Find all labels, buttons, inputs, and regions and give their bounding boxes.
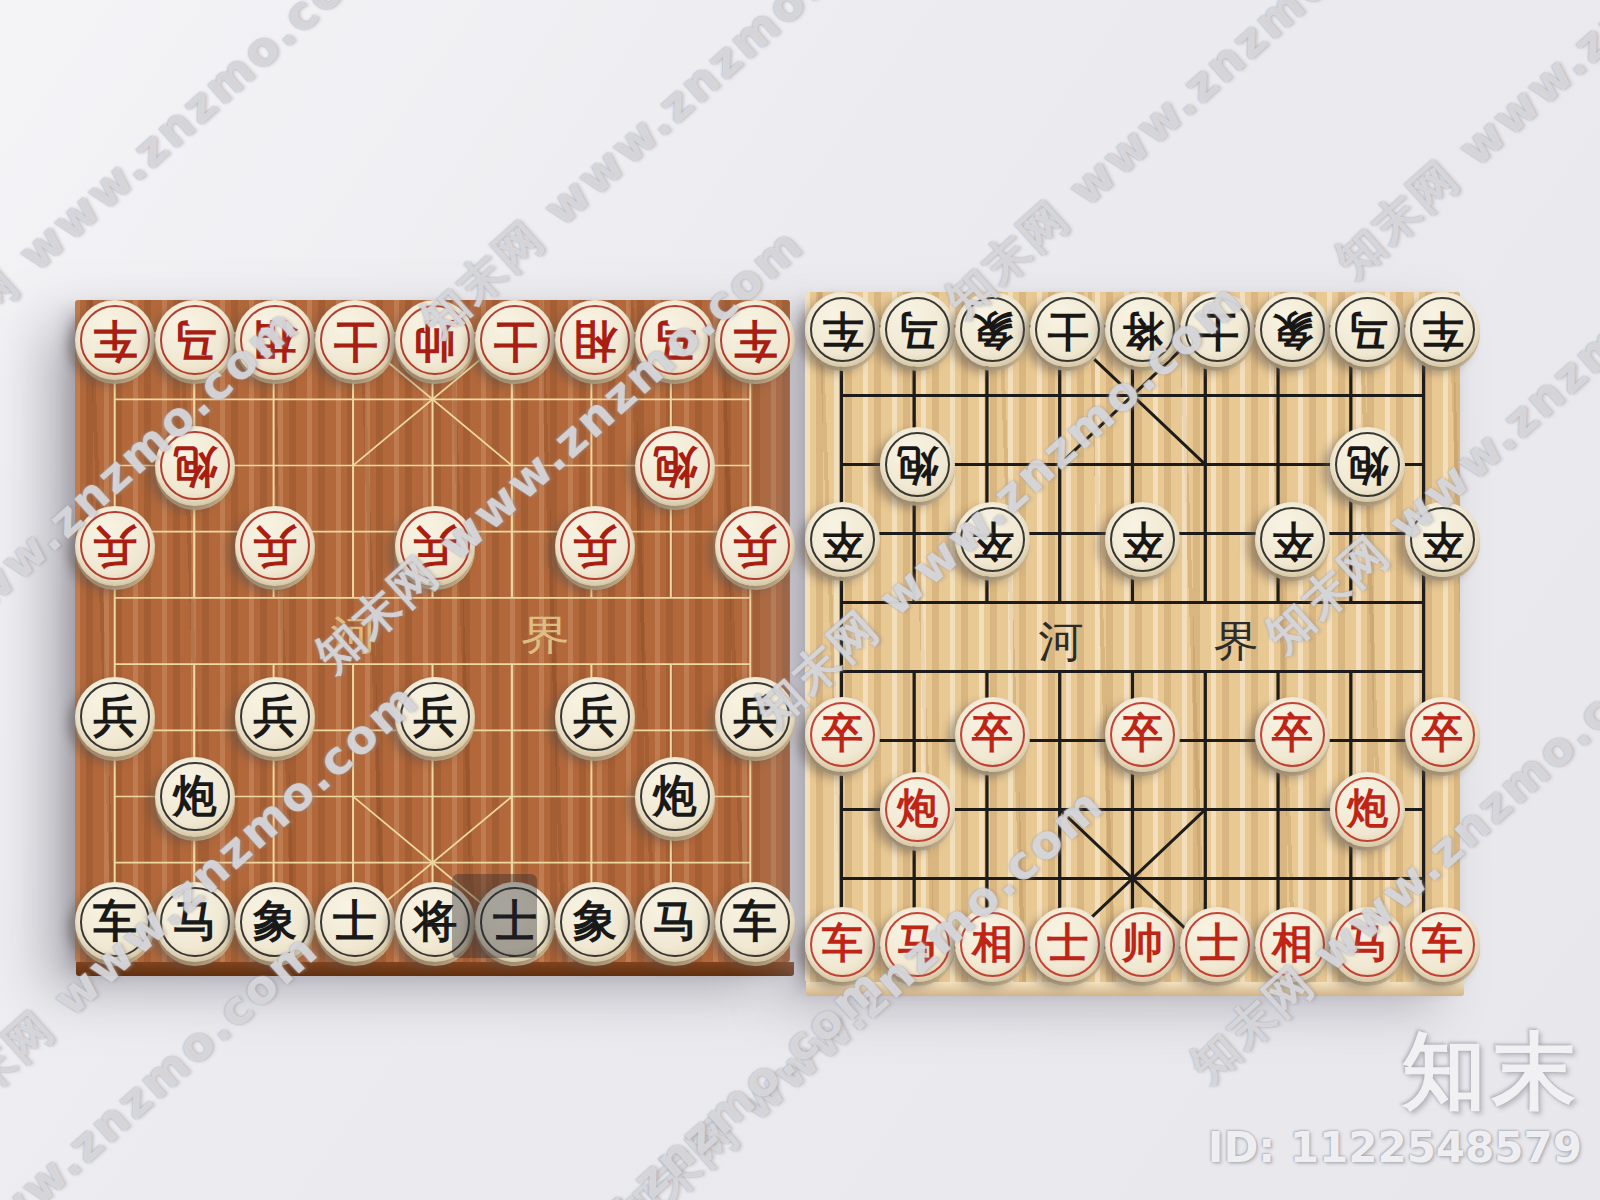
piece-black-卒[interactable]: 卒	[805, 502, 880, 577]
piece-character: 兵	[573, 525, 617, 569]
piece-black-卒[interactable]: 卒	[1405, 502, 1480, 577]
piece-red-兵[interactable]: 兵	[75, 506, 155, 586]
piece-character: 相	[253, 319, 297, 363]
piece-character: 炮	[897, 788, 938, 829]
piece-character: 象	[573, 899, 617, 943]
piece-black-马[interactable]: 马	[1330, 292, 1405, 367]
xiangqi-board-right: 河界车马象士将士象马车炮炮卒卒卒卒卒卒卒卒卒卒炮炮车马相士帅士相马车	[805, 292, 1460, 982]
piece-character: 炮	[1347, 788, 1388, 829]
piece-character: 士	[1047, 310, 1088, 351]
piece-character: 象	[253, 899, 297, 943]
piece-character: 卒	[1272, 713, 1313, 754]
piece-character: 炮	[653, 445, 697, 489]
piece-character: 兵	[93, 694, 137, 738]
piece-character: 卒	[1122, 713, 1163, 754]
watermark-text: 知末网 www.znzmo.com	[1323, 0, 1600, 291]
piece-character: 兵	[413, 525, 457, 569]
piece-red-卒[interactable]: 卒	[805, 697, 880, 772]
piece-red-兵[interactable]: 兵	[235, 506, 315, 586]
piece-character: 马	[1347, 923, 1388, 964]
xiangqi-board-left: 河界车马相士帅士相马车炮炮兵兵兵兵兵兵兵兵兵兵炮炮车马象士将士象马车	[75, 300, 790, 962]
piece-character: 马	[173, 899, 217, 943]
piece-character: 车	[1422, 923, 1463, 964]
piece-character: 兵	[733, 694, 777, 738]
piece-character: 帅	[1122, 923, 1163, 964]
piece-character: 马	[173, 319, 217, 363]
piece-character: 卒	[972, 713, 1013, 754]
piece-character: 卒	[972, 520, 1013, 561]
piece-character: 将	[413, 899, 457, 943]
piece-red-士[interactable]: 士	[1180, 907, 1255, 982]
piece-black-马[interactable]: 马	[155, 882, 235, 962]
piece-black-车[interactable]: 车	[1405, 292, 1480, 367]
piece-black-将[interactable]: 将	[395, 882, 475, 962]
brand-logo-text: 知末	[1208, 1025, 1582, 1117]
piece-red-炮[interactable]: 炮	[155, 426, 235, 506]
piece-character: 卒	[822, 713, 863, 754]
piece-character: 士	[1197, 923, 1238, 964]
watermark-text: 知末网 www.znzmo.com	[933, 0, 1448, 331]
piece-character: 马	[653, 319, 697, 363]
piece-black-车[interactable]: 车	[75, 882, 155, 962]
piece-black-炮[interactable]: 炮	[880, 427, 955, 502]
piece-red-卒[interactable]: 卒	[1405, 697, 1480, 772]
piece-red-卒[interactable]: 卒	[955, 697, 1030, 772]
piece-red-帅[interactable]: 帅	[1105, 907, 1180, 982]
piece-black-象[interactable]: 象	[555, 882, 635, 962]
piece-black-士[interactable]: 士	[475, 882, 555, 962]
piece-black-炮[interactable]: 炮	[1330, 427, 1405, 502]
piece-red-卒[interactable]: 卒	[1255, 697, 1330, 772]
piece-character: 士	[333, 319, 377, 363]
piece-character: 兵	[413, 694, 457, 738]
piece-black-士[interactable]: 士	[1030, 292, 1105, 367]
piece-black-兵[interactable]: 兵	[715, 677, 795, 757]
piece-red-相[interactable]: 相	[955, 907, 1030, 982]
piece-character: 炮	[1347, 445, 1388, 486]
piece-character: 马	[1347, 310, 1388, 351]
piece-black-马[interactable]: 马	[880, 292, 955, 367]
piece-red-炮[interactable]: 炮	[1330, 772, 1405, 847]
piece-red-兵[interactable]: 兵	[395, 506, 475, 586]
piece-red-车[interactable]: 车	[75, 300, 155, 380]
river-label: 界	[521, 611, 570, 659]
piece-character: 炮	[897, 445, 938, 486]
piece-character: 兵	[253, 525, 297, 569]
piece-black-兵[interactable]: 兵	[555, 677, 635, 757]
piece-black-炮[interactable]: 炮	[635, 757, 715, 837]
piece-character: 车	[733, 319, 777, 363]
piece-red-炮[interactable]: 炮	[880, 772, 955, 847]
piece-red-相[interactable]: 相	[235, 300, 315, 380]
piece-character: 车	[93, 899, 137, 943]
piece-black-车[interactable]: 车	[805, 292, 880, 367]
piece-character: 相	[573, 319, 617, 363]
piece-character: 兵	[93, 525, 137, 569]
piece-red-马[interactable]: 马	[880, 907, 955, 982]
piece-character: 车	[733, 899, 777, 943]
piece-black-卒[interactable]: 卒	[1105, 502, 1180, 577]
piece-red-车[interactable]: 车	[805, 907, 880, 982]
piece-red-马[interactable]: 马	[1330, 907, 1405, 982]
piece-red-士[interactable]: 士	[475, 300, 555, 380]
piece-character: 车	[1422, 310, 1463, 351]
piece-red-车[interactable]: 车	[1405, 907, 1480, 982]
piece-red-车[interactable]: 车	[715, 300, 795, 380]
river-label: 界	[1213, 616, 1258, 666]
piece-red-帅[interactable]: 帅	[395, 300, 475, 380]
piece-character: 士	[1047, 923, 1088, 964]
piece-black-士[interactable]: 士	[315, 882, 395, 962]
river-label: 河	[1039, 616, 1084, 666]
piece-character: 卒	[1422, 520, 1463, 561]
piece-character: 马	[653, 899, 697, 943]
piece-black-象[interactable]: 象	[1255, 292, 1330, 367]
piece-character: 车	[93, 319, 137, 363]
piece-character: 相	[1272, 923, 1313, 964]
scene: 河界车马相士帅士相马车炮炮兵兵兵兵兵兵兵兵兵兵炮炮车马象士将士象马车 河界车马象…	[0, 0, 1600, 1200]
piece-black-将[interactable]: 将	[1105, 292, 1180, 367]
piece-red-相[interactable]: 相	[1255, 907, 1330, 982]
piece-character: 兵	[573, 694, 617, 738]
piece-character: 马	[897, 923, 938, 964]
board-grid: 河界	[805, 292, 1460, 982]
piece-black-象[interactable]: 象	[955, 292, 1030, 367]
piece-red-马[interactable]: 马	[635, 300, 715, 380]
piece-black-象[interactable]: 象	[235, 882, 315, 962]
image-id-label: ID: 1122548579	[1208, 1123, 1582, 1172]
piece-red-炮[interactable]: 炮	[635, 426, 715, 506]
piece-character: 兵	[253, 694, 297, 738]
piece-red-相[interactable]: 相	[555, 300, 635, 380]
piece-black-兵[interactable]: 兵	[395, 677, 475, 757]
piece-black-马[interactable]: 马	[635, 882, 715, 962]
piece-character: 卒	[1122, 520, 1163, 561]
piece-character: 相	[972, 923, 1013, 964]
piece-character: 兵	[733, 525, 777, 569]
piece-character: 士	[493, 899, 537, 943]
piece-black-卒[interactable]: 卒	[955, 502, 1030, 577]
piece-character: 将	[1122, 310, 1163, 351]
river-label: 河	[330, 611, 379, 659]
site-branding: 知末 ID: 1122548579	[1208, 1025, 1582, 1172]
piece-red-兵[interactable]: 兵	[715, 506, 795, 586]
piece-character: 车	[822, 310, 863, 351]
piece-black-卒[interactable]: 卒	[1255, 502, 1330, 577]
piece-character: 炮	[173, 774, 217, 818]
piece-character: 车	[822, 923, 863, 964]
piece-character: 士	[1197, 310, 1238, 351]
piece-character: 卒	[1272, 520, 1313, 561]
piece-character: 象	[1272, 310, 1313, 351]
piece-character: 士	[333, 899, 377, 943]
piece-character: 卒	[822, 520, 863, 561]
piece-red-兵[interactable]: 兵	[555, 506, 635, 586]
piece-black-士[interactable]: 士	[1180, 292, 1255, 367]
piece-black-兵[interactable]: 兵	[75, 677, 155, 757]
piece-red-马[interactable]: 马	[155, 300, 235, 380]
piece-black-炮[interactable]: 炮	[155, 757, 235, 837]
piece-character: 卒	[1422, 713, 1463, 754]
board-grid: 河界	[75, 300, 790, 962]
piece-character: 象	[972, 310, 1013, 351]
piece-black-车[interactable]: 车	[715, 882, 795, 962]
piece-red-士[interactable]: 士	[315, 300, 395, 380]
piece-red-士[interactable]: 士	[1030, 907, 1105, 982]
piece-character: 士	[493, 319, 537, 363]
piece-character: 炮	[173, 445, 217, 489]
piece-black-兵[interactable]: 兵	[235, 677, 315, 757]
piece-character: 炮	[653, 774, 697, 818]
piece-red-卒[interactable]: 卒	[1105, 697, 1180, 772]
piece-character: 帅	[413, 319, 457, 363]
piece-character: 马	[897, 310, 938, 351]
